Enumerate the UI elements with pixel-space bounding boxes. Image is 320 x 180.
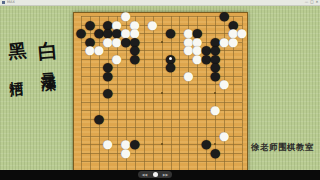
studio-caption: 徐老师围棋教室	[251, 142, 314, 154]
black-stone: ●	[166, 29, 175, 38]
white-stone: ●	[184, 71, 193, 80]
white-stone: ●	[220, 131, 229, 140]
video-letterbox: ◀◀ ▶▶	[0, 170, 320, 180]
app-window: MAX — □ ✕ 黑 柯洁 白 元晟溱 徐老师围棋教室 ●●●●●●●●●●●…	[0, 0, 320, 180]
black-stone: ●	[103, 71, 112, 80]
star-point	[161, 41, 163, 43]
tatami-background: 黑 柯洁 白 元晟溱 徐老师围棋教室 ●●●●●●●●●●●●●●●●●●●●●…	[0, 6, 320, 170]
white-stone: ●	[121, 148, 130, 157]
white-stone: ●	[112, 54, 121, 63]
minimize-button[interactable]: —	[304, 0, 308, 4]
grid-line	[81, 119, 242, 120]
go-board[interactable]: ●●●●●●●●●●●●●●●●●●●●●●●●●●●●●●●●●●●●●●●●…	[73, 12, 248, 174]
star-point	[161, 143, 163, 145]
move-nav-control[interactable]: ◀◀ ▶▶	[138, 171, 172, 178]
white-stone: ●	[220, 80, 229, 89]
close-button[interactable]: ✕	[315, 0, 318, 4]
white-stone: ●	[211, 106, 220, 115]
white-stone: ●	[103, 140, 112, 149]
black-stone: ●	[103, 88, 112, 97]
black-stone: ●	[94, 114, 103, 123]
prev-moves-button[interactable]: ◀◀	[142, 173, 148, 177]
white-stone: ●	[148, 20, 157, 29]
white-stone: ●	[229, 37, 238, 46]
black-player-name: 柯洁	[8, 69, 22, 72]
next-moves-button[interactable]: ▶▶	[162, 173, 168, 177]
current-move-indicator[interactable]	[153, 172, 158, 177]
window-title: MAX	[7, 0, 15, 4]
app-icon	[2, 1, 5, 4]
black-stone: ●	[166, 63, 175, 72]
white-stone: ●	[94, 46, 103, 55]
black-stone: ●	[130, 140, 139, 149]
white-stone: ●	[238, 29, 247, 38]
white-color-label: 白	[36, 24, 56, 26]
black-stone: ●	[130, 54, 139, 63]
grid-line	[179, 16, 180, 169]
grid-line	[81, 161, 242, 162]
black-color-label: 黑	[6, 27, 24, 29]
star-point	[161, 92, 163, 94]
white-player-name: 元晟溱	[39, 59, 54, 66]
black-stone: ●	[211, 148, 220, 157]
grid-line	[81, 127, 242, 128]
maximize-button[interactable]: □	[310, 0, 313, 4]
